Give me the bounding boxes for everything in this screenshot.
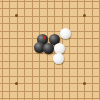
grid-line-horizontal [0,91,100,92]
white-stone [60,28,71,39]
grid-line-horizontal [0,61,100,62]
white-stone [53,53,64,64]
star-point [15,14,18,17]
game-screenshot [0,0,100,100]
grid-line-horizontal [0,98,100,99]
grid-line-horizontal [0,68,100,69]
grid-line-horizontal [0,76,100,77]
star-point [15,82,18,85]
star-point [83,82,86,85]
grid-line-horizontal [0,1,100,2]
grid-line-horizontal [0,8,100,9]
grid-line-horizontal [0,31,100,32]
black-stone [43,43,54,54]
grid-line-horizontal [0,23,100,24]
last-move-marker [43,36,46,39]
star-point [83,14,86,17]
board[interactable] [0,0,100,100]
